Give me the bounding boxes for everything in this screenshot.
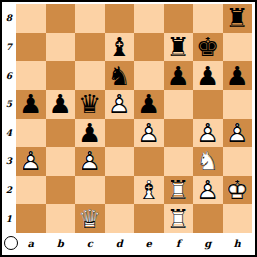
rank-label-3: 3 [2, 147, 16, 176]
black-pawn: ♟ [46, 90, 76, 119]
square-g1[interactable] [193, 204, 223, 233]
square-c7[interactable] [75, 33, 105, 62]
black-rook: ♜ [164, 33, 194, 62]
square-a3[interactable]: ♟♙ [16, 147, 46, 176]
square-b3[interactable] [46, 147, 76, 176]
square-e3[interactable] [134, 147, 164, 176]
rank-label-4: 4 [2, 119, 16, 148]
rank-label-8: 8 [2, 4, 16, 33]
black-rook: ♜ [223, 4, 253, 33]
white-rook-fill: ♜ [164, 204, 194, 233]
white-rook: ♖ [164, 176, 194, 205]
square-f4[interactable] [164, 119, 194, 148]
white-rook: ♖ [164, 204, 194, 233]
square-b6[interactable] [46, 61, 76, 90]
white-pawn-fill: ♟ [105, 90, 135, 119]
square-f8[interactable] [164, 4, 194, 33]
white-pawn: ♙ [16, 147, 46, 176]
file-label-a: a [16, 233, 46, 253]
white-knight: ♘ [193, 147, 223, 176]
file-labels: abcdefgh [16, 233, 252, 253]
square-a6[interactable] [16, 61, 46, 90]
white-pawn: ♙ [193, 119, 223, 148]
square-a8[interactable] [16, 4, 46, 33]
square-g4[interactable]: ♟♙ [193, 119, 223, 148]
file-label-e: e [134, 233, 164, 253]
white-pawn-fill: ♟ [16, 147, 46, 176]
rank-label-1: 1 [2, 204, 16, 233]
white-king-fill: ♚ [223, 176, 253, 205]
square-b1[interactable] [46, 204, 76, 233]
square-h7[interactable] [223, 33, 253, 62]
white-pawn: ♙ [75, 147, 105, 176]
file-label-f: f [164, 233, 194, 253]
white-pawn: ♙ [134, 119, 164, 148]
white-rook-fill: ♜ [164, 176, 194, 205]
white-bishop: ♗ [134, 176, 164, 205]
square-a1[interactable] [16, 204, 46, 233]
white-knight-fill: ♞ [193, 147, 223, 176]
rank-labels: 87654321 [2, 4, 16, 233]
file-label-h: h [223, 233, 253, 253]
white-pawn-fill: ♟ [75, 147, 105, 176]
square-e2[interactable]: ♝♗ [134, 176, 164, 205]
square-c3[interactable]: ♟♙ [75, 147, 105, 176]
file-label-b: b [46, 233, 76, 253]
square-h8[interactable]: ♜ [223, 4, 253, 33]
square-d8[interactable] [105, 4, 135, 33]
square-e8[interactable] [134, 4, 164, 33]
square-f6[interactable]: ♟ [164, 61, 194, 90]
white-queen-fill: ♛ [75, 204, 105, 233]
rank-label-5: 5 [2, 90, 16, 119]
square-g6[interactable]: ♟ [193, 61, 223, 90]
square-d3[interactable] [105, 147, 135, 176]
square-f2[interactable]: ♜♖ [164, 176, 194, 205]
square-c5[interactable]: ♛ [75, 90, 105, 119]
square-d1[interactable] [105, 204, 135, 233]
white-pawn: ♙ [193, 176, 223, 205]
square-g2[interactable]: ♟♙ [193, 176, 223, 205]
white-to-move-indicator [4, 236, 18, 250]
square-a5[interactable]: ♟ [16, 90, 46, 119]
square-f5[interactable] [164, 90, 194, 119]
rank-label-7: 7 [2, 33, 16, 62]
square-d6[interactable]: ♞ [105, 61, 135, 90]
square-c2[interactable] [75, 176, 105, 205]
square-d7[interactable]: ♝ [105, 33, 135, 62]
chess-board: ♜♝♜♚♞♟♟♟♟♟♛♟♙♟♟♟♙♟♙♟♙♟♙♟♙♞♘♝♗♜♖♟♙♚♔♛♕♜♖ [16, 4, 252, 233]
square-e5[interactable]: ♟ [134, 90, 164, 119]
white-king: ♔ [223, 176, 253, 205]
square-f1[interactable]: ♜♖ [164, 204, 194, 233]
black-knight: ♞ [105, 61, 135, 90]
square-g3[interactable]: ♞♘ [193, 147, 223, 176]
square-b7[interactable] [46, 33, 76, 62]
black-pawn: ♟ [193, 61, 223, 90]
square-h1[interactable] [223, 204, 253, 233]
square-b5[interactable]: ♟ [46, 90, 76, 119]
white-pawn: ♙ [105, 90, 135, 119]
square-b8[interactable] [46, 4, 76, 33]
chess-diagram: 87654321 ♜♝♜♚♞♟♟♟♟♟♛♟♙♟♟♟♙♟♙♟♙♟♙♟♙♞♘♝♗♜♖… [0, 0, 257, 257]
square-e1[interactable] [134, 204, 164, 233]
square-g7[interactable]: ♚ [193, 33, 223, 62]
rank-label-2: 2 [2, 176, 16, 205]
black-queen: ♛ [75, 90, 105, 119]
white-pawn-fill: ♟ [223, 119, 253, 148]
white-pawn-fill: ♟ [134, 119, 164, 148]
square-c1[interactable]: ♛♕ [75, 204, 105, 233]
square-h5[interactable] [223, 90, 253, 119]
white-pawn-fill: ♟ [193, 176, 223, 205]
square-f3[interactable] [164, 147, 194, 176]
square-h2[interactable]: ♚♔ [223, 176, 253, 205]
square-c8[interactable] [75, 4, 105, 33]
square-d2[interactable] [105, 176, 135, 205]
black-bishop: ♝ [105, 33, 135, 62]
square-c4[interactable]: ♟ [75, 119, 105, 148]
square-a4[interactable] [16, 119, 46, 148]
square-a2[interactable] [16, 176, 46, 205]
rank-label-6: 6 [2, 61, 16, 90]
square-g8[interactable] [193, 4, 223, 33]
black-pawn: ♟ [164, 61, 194, 90]
file-label-d: d [105, 233, 135, 253]
square-d4[interactable] [105, 119, 135, 148]
black-pawn: ♟ [16, 90, 46, 119]
square-e7[interactable] [134, 33, 164, 62]
white-pawn-fill: ♟ [193, 119, 223, 148]
black-pawn: ♟ [134, 90, 164, 119]
square-b2[interactable] [46, 176, 76, 205]
black-pawn: ♟ [75, 119, 105, 148]
square-e6[interactable] [134, 61, 164, 90]
square-h6[interactable]: ♟ [223, 61, 253, 90]
file-label-c: c [75, 233, 105, 253]
white-bishop-fill: ♝ [134, 176, 164, 205]
square-h3[interactable] [223, 147, 253, 176]
square-d5[interactable]: ♟♙ [105, 90, 135, 119]
white-queen: ♕ [75, 204, 105, 233]
white-pawn: ♙ [223, 119, 253, 148]
square-g5[interactable] [193, 90, 223, 119]
square-h4[interactable]: ♟♙ [223, 119, 253, 148]
square-c6[interactable] [75, 61, 105, 90]
black-king: ♚ [193, 33, 223, 62]
square-a7[interactable] [16, 33, 46, 62]
square-e4[interactable]: ♟♙ [134, 119, 164, 148]
square-f7[interactable]: ♜ [164, 33, 194, 62]
black-pawn: ♟ [223, 61, 253, 90]
square-b4[interactable] [46, 119, 76, 148]
file-label-g: g [193, 233, 223, 253]
